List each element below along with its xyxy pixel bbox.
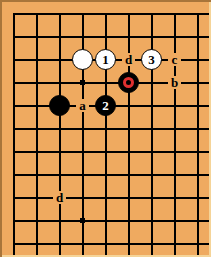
grid-line-horizontal — [13, 13, 210, 15]
grid-line-horizontal — [13, 220, 210, 222]
point-label-a: a — [76, 99, 89, 112]
grid-line-horizontal — [13, 128, 210, 130]
grid-line-horizontal — [13, 174, 210, 176]
star-point — [80, 218, 85, 223]
grid-line-horizontal — [13, 36, 210, 38]
stone-number: 3 — [148, 53, 155, 66]
frame-edge-top — [0, 0, 211, 2]
frame-edge-left — [0, 0, 2, 257]
frame-edge-right — [209, 0, 211, 257]
black-stone — [49, 95, 70, 116]
star-point — [80, 80, 85, 85]
white-stone-3: 3 — [141, 49, 162, 70]
marked-black-stone — [118, 72, 139, 93]
grid-line-horizontal — [13, 243, 210, 245]
black-stone-2: 2 — [95, 95, 116, 116]
point-label-d: d — [122, 53, 135, 66]
point-label-b: b — [168, 76, 181, 89]
grid-line-horizontal — [13, 197, 210, 199]
point-label-c: c — [168, 53, 181, 66]
point-label-d: d — [53, 191, 66, 204]
stone-number: 2 — [102, 99, 109, 112]
white-stone — [72, 49, 93, 70]
circle-marker-icon — [123, 77, 134, 88]
white-stone-1: 1 — [95, 49, 116, 70]
grid-line-horizontal — [13, 151, 210, 153]
go-board-diagram: dcbad132 — [0, 0, 211, 257]
stone-number: 1 — [102, 53, 109, 66]
